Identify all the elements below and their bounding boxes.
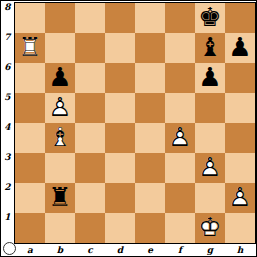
square-a3 <box>15 153 45 183</box>
square-c8 <box>75 3 105 33</box>
square-d6 <box>105 63 135 93</box>
square-b2: ♜ <box>45 183 75 213</box>
piece-black-rook-b2: ♜ <box>45 183 75 213</box>
square-e3 <box>135 153 165 183</box>
square-b7 <box>45 33 75 63</box>
file-label-g: g <box>195 245 225 257</box>
file-label-b: b <box>45 245 75 257</box>
square-h2: ♟♙ <box>225 183 255 213</box>
square-b1 <box>45 213 75 243</box>
file-label-a: a <box>15 245 45 257</box>
square-f5 <box>165 93 195 123</box>
square-g7: ♝ <box>195 33 225 63</box>
square-g5 <box>195 93 225 123</box>
square-b3 <box>45 153 75 183</box>
square-e5 <box>135 93 165 123</box>
square-h5 <box>225 93 255 123</box>
file-label-d: d <box>105 245 135 257</box>
square-g3: ♟♙ <box>195 153 225 183</box>
square-d4 <box>105 123 135 153</box>
square-g1: ♚♔ <box>195 213 225 243</box>
square-d8 <box>105 3 135 33</box>
square-a5 <box>15 93 45 123</box>
square-f3 <box>165 153 195 183</box>
piece-black-pawn-h7: ♟ <box>225 33 255 63</box>
square-h1 <box>225 213 255 243</box>
square-c3 <box>75 153 105 183</box>
piece-white-rook-a7: ♖ <box>15 33 45 63</box>
square-c5 <box>75 93 105 123</box>
square-e8 <box>135 3 165 33</box>
file-label-c: c <box>75 245 105 257</box>
square-a6 <box>15 63 45 93</box>
square-c4 <box>75 123 105 153</box>
file-label-h: h <box>225 245 255 257</box>
piece-black-bishop-g7: ♝ <box>195 33 225 63</box>
square-f1 <box>165 213 195 243</box>
rank-label-4: 4 <box>1 122 14 152</box>
square-h6 <box>225 63 255 93</box>
square-h7: ♟ <box>225 33 255 63</box>
piece-white-pawn-h2: ♙ <box>225 183 255 213</box>
square-f2 <box>165 183 195 213</box>
square-e2 <box>135 183 165 213</box>
square-h8 <box>225 3 255 33</box>
square-e6 <box>135 63 165 93</box>
piece-black-pawn-b6: ♟ <box>45 63 75 93</box>
chess-board: ♚♜♖♝♟♟♟♟♙♝♗♟♙♟♙♜♟♙♚♔ <box>14 2 256 244</box>
square-b4: ♝♗ <box>45 123 75 153</box>
rank-label-6: 6 <box>1 62 14 92</box>
piece-white-king-g1: ♔ <box>195 213 225 243</box>
square-c7 <box>75 33 105 63</box>
square-a8 <box>15 3 45 33</box>
rank-label-1: 1 <box>1 212 14 242</box>
rank-label-5: 5 <box>1 92 14 122</box>
piece-white-pawn-g3: ♙ <box>195 153 225 183</box>
square-e4 <box>135 123 165 153</box>
rank-label-2: 2 <box>1 182 14 212</box>
square-g8: ♚ <box>195 3 225 33</box>
rank-label-3: 3 <box>1 152 14 182</box>
square-a2 <box>15 183 45 213</box>
square-a4 <box>15 123 45 153</box>
piece-black-pawn-g6: ♟ <box>195 63 225 93</box>
square-b5: ♟♙ <box>45 93 75 123</box>
piece-black-king-g8: ♚ <box>195 3 225 33</box>
rank-label-7: 7 <box>1 32 14 62</box>
square-b6: ♟ <box>45 63 75 93</box>
square-f6 <box>165 63 195 93</box>
square-d7 <box>105 33 135 63</box>
square-g6: ♟ <box>195 63 225 93</box>
square-h3 <box>225 153 255 183</box>
square-c6 <box>75 63 105 93</box>
piece-white-bishop-b4: ♗ <box>45 123 75 153</box>
square-d1 <box>105 213 135 243</box>
square-f4: ♟♙ <box>165 123 195 153</box>
piece-white-pawn-f4: ♙ <box>165 123 195 153</box>
square-c1 <box>75 213 105 243</box>
square-d2 <box>105 183 135 213</box>
rank-label-8: 8 <box>1 2 14 32</box>
square-a1 <box>15 213 45 243</box>
square-d3 <box>105 153 135 183</box>
square-d5 <box>105 93 135 123</box>
square-e7 <box>135 33 165 63</box>
square-h4 <box>225 123 255 153</box>
square-c2 <box>75 183 105 213</box>
turn-indicator-circle <box>3 242 16 255</box>
square-b8 <box>45 3 75 33</box>
square-f7 <box>165 33 195 63</box>
square-a7: ♜♖ <box>15 33 45 63</box>
chess-diagram: ♚♜♖♝♟♟♟♟♙♝♗♟♙♟♙♜♟♙♚♔ 87654321 abcdefgh <box>0 0 257 257</box>
piece-white-pawn-b5: ♙ <box>45 93 75 123</box>
square-f8 <box>165 3 195 33</box>
square-g4 <box>195 123 225 153</box>
file-label-e: e <box>135 245 165 257</box>
square-e1 <box>135 213 165 243</box>
file-label-f: f <box>165 245 195 257</box>
square-g2 <box>195 183 225 213</box>
